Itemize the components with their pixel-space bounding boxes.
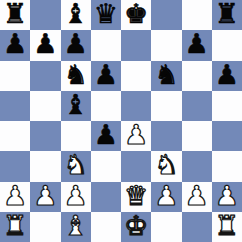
- square-a3[interactable]: [0, 151, 30, 181]
- square-g4[interactable]: [182, 121, 212, 151]
- square-f3[interactable]: ♞: [151, 151, 181, 181]
- square-b3[interactable]: [30, 151, 60, 181]
- square-b4[interactable]: [30, 121, 60, 151]
- square-d2[interactable]: [91, 182, 121, 212]
- square-d7[interactable]: [91, 30, 121, 60]
- black-king-piece[interactable]: ♚: [124, 0, 148, 29]
- black-knight-piece[interactable]: ♞: [154, 61, 178, 90]
- white-pawn-piece[interactable]: ♟: [154, 182, 178, 211]
- square-c6[interactable]: ♞: [61, 61, 91, 91]
- white-bishop-piece[interactable]: ♝: [64, 212, 88, 241]
- white-pawn-piece[interactable]: ♟: [33, 182, 57, 211]
- black-queen-piece[interactable]: ♛: [94, 0, 118, 29]
- square-c8[interactable]: ♝: [61, 0, 91, 30]
- square-g5[interactable]: [182, 91, 212, 121]
- white-pawn-piece[interactable]: ♟: [215, 182, 239, 211]
- square-g3[interactable]: [182, 151, 212, 181]
- square-f4[interactable]: [151, 121, 181, 151]
- square-d1[interactable]: [91, 212, 121, 242]
- white-pawn-piece[interactable]: ♟: [64, 182, 88, 211]
- square-d3[interactable]: [91, 151, 121, 181]
- chess-board: ♜♝♛♚♜♟♟♟♟♞♟♞♟♝♟♟♞♞♟♟♟♛♟♟♟♜♝♚♜: [0, 0, 242, 242]
- square-d8[interactable]: ♛: [91, 0, 121, 30]
- square-e3[interactable]: [121, 151, 151, 181]
- black-pawn-piece[interactable]: ♟: [3, 30, 27, 59]
- square-d4[interactable]: ♟: [91, 121, 121, 151]
- square-a2[interactable]: ♟: [0, 182, 30, 212]
- square-c3[interactable]: ♞: [61, 151, 91, 181]
- square-f2[interactable]: ♟: [151, 182, 181, 212]
- black-pawn-piece[interactable]: ♟: [64, 30, 88, 59]
- square-e6[interactable]: [121, 61, 151, 91]
- black-pawn-piece[interactable]: ♟: [94, 61, 118, 90]
- white-king-piece[interactable]: ♚: [124, 212, 148, 241]
- square-h7[interactable]: [212, 30, 242, 60]
- square-h8[interactable]: ♜: [212, 0, 242, 30]
- square-h4[interactable]: [212, 121, 242, 151]
- square-e2[interactable]: ♛: [121, 182, 151, 212]
- square-c1[interactable]: ♝: [61, 212, 91, 242]
- square-e8[interactable]: ♚: [121, 0, 151, 30]
- black-pawn-piece[interactable]: ♟: [94, 121, 118, 150]
- square-h3[interactable]: [212, 151, 242, 181]
- square-e5[interactable]: [121, 91, 151, 121]
- black-rook-piece[interactable]: ♜: [215, 0, 239, 29]
- square-f5[interactable]: [151, 91, 181, 121]
- square-a5[interactable]: [0, 91, 30, 121]
- square-g2[interactable]: ♟: [182, 182, 212, 212]
- black-pawn-piece[interactable]: ♟: [215, 61, 239, 90]
- square-a7[interactable]: ♟: [0, 30, 30, 60]
- square-b8[interactable]: [30, 0, 60, 30]
- square-b7[interactable]: ♟: [30, 30, 60, 60]
- square-b5[interactable]: [30, 91, 60, 121]
- square-f8[interactable]: [151, 0, 181, 30]
- square-b6[interactable]: [30, 61, 60, 91]
- square-a6[interactable]: [0, 61, 30, 91]
- square-c4[interactable]: [61, 121, 91, 151]
- square-f6[interactable]: ♞: [151, 61, 181, 91]
- square-f7[interactable]: [151, 30, 181, 60]
- black-pawn-piece[interactable]: ♟: [185, 30, 209, 59]
- white-queen-piece[interactable]: ♛: [124, 182, 148, 211]
- black-bishop-piece[interactable]: ♝: [64, 91, 88, 120]
- white-pawn-piece[interactable]: ♟: [185, 182, 209, 211]
- white-rook-piece[interactable]: ♜: [3, 212, 27, 241]
- square-h5[interactable]: [212, 91, 242, 121]
- square-h1[interactable]: ♜: [212, 212, 242, 242]
- black-pawn-piece[interactable]: ♟: [33, 30, 57, 59]
- square-e1[interactable]: ♚: [121, 212, 151, 242]
- square-c2[interactable]: ♟: [61, 182, 91, 212]
- square-b2[interactable]: ♟: [30, 182, 60, 212]
- square-a1[interactable]: ♜: [0, 212, 30, 242]
- square-g1[interactable]: [182, 212, 212, 242]
- square-d5[interactable]: [91, 91, 121, 121]
- square-g6[interactable]: [182, 61, 212, 91]
- square-d6[interactable]: ♟: [91, 61, 121, 91]
- square-g7[interactable]: ♟: [182, 30, 212, 60]
- square-f1[interactable]: [151, 212, 181, 242]
- square-e4[interactable]: ♟: [121, 121, 151, 151]
- black-bishop-piece[interactable]: ♝: [64, 0, 88, 29]
- white-knight-piece[interactable]: ♞: [64, 151, 88, 180]
- square-h6[interactable]: ♟: [212, 61, 242, 91]
- white-pawn-piece[interactable]: ♟: [3, 182, 27, 211]
- black-rook-piece[interactable]: ♜: [3, 0, 27, 29]
- square-a8[interactable]: ♜: [0, 0, 30, 30]
- square-a4[interactable]: [0, 121, 30, 151]
- square-b1[interactable]: [30, 212, 60, 242]
- square-c5[interactable]: ♝: [61, 91, 91, 121]
- square-e7[interactable]: [121, 30, 151, 60]
- white-rook-piece[interactable]: ♜: [215, 212, 239, 241]
- black-knight-piece[interactable]: ♞: [64, 61, 88, 90]
- white-knight-piece[interactable]: ♞: [154, 151, 178, 180]
- square-g8[interactable]: [182, 0, 212, 30]
- square-c7[interactable]: ♟: [61, 30, 91, 60]
- square-h2[interactable]: ♟: [212, 182, 242, 212]
- white-pawn-piece[interactable]: ♟: [124, 121, 148, 150]
